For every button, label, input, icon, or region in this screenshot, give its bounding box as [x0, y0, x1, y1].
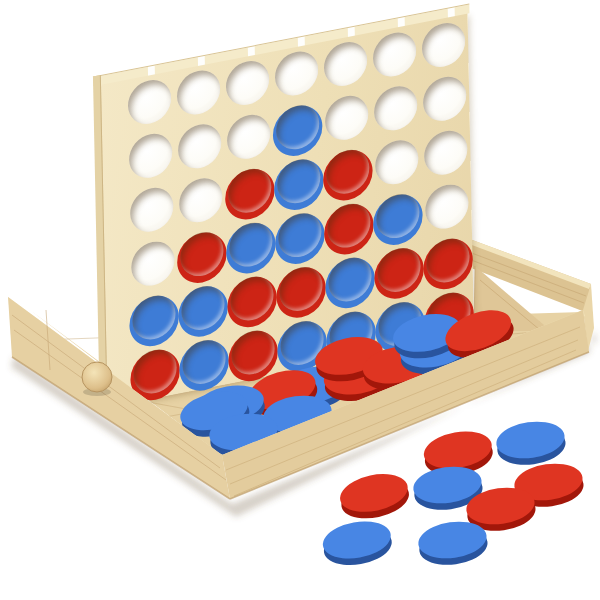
connect-four-game-photo: ●●●●●●●●●●●●●●●●●●●●●●● ●●●●●●●●●●●●●●●●… [0, 0, 600, 600]
floor-discs-layer: ●●●●●●●●●●●●●●●● [0, 0, 600, 600]
disc-face: ● [313, 506, 398, 566]
disc-face: ● [410, 507, 494, 564]
